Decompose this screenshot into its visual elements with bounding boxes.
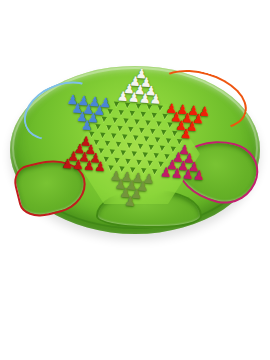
empty-hole[interactable]: ▼ [105, 163, 117, 172]
peg-dark-red[interactable]: ♟ [94, 163, 106, 172]
peg-dark-red[interactable]: ♟ [61, 160, 73, 169]
peg-dark-red[interactable]: ♟ [72, 161, 84, 170]
peg-olive-green[interactable]: ♟ [124, 197, 136, 206]
peg-magenta[interactable]: ♟ [171, 169, 183, 178]
peg-magenta[interactable]: ♟ [160, 168, 172, 177]
peg-magenta[interactable]: ♟ [182, 170, 194, 179]
empty-hole[interactable]: ▼ [138, 166, 150, 175]
peg-dark-red[interactable]: ♟ [83, 162, 95, 171]
chinese-checkers-board: ♟♟♟♟♟♟♟♟♟♟♟♟♟♟▼▼▼▼▼♟♟♟♟♟♟♟▼▼▼▼▼▼♟♟♟♟♟▼▼▼… [10, 66, 260, 234]
peg-grid: ♟♟♟♟♟♟♟♟♟♟♟♟♟♟▼▼▼▼▼♟♟♟♟♟♟♟▼▼▼▼▼▼♟♟♟♟♟▼▼▼… [58, 64, 212, 212]
peg-magenta[interactable]: ♟ [193, 171, 205, 180]
empty-hole[interactable]: ▼ [116, 164, 128, 173]
empty-hole[interactable]: ▼ [127, 165, 139, 174]
empty-hole[interactable]: ▼ [149, 167, 161, 176]
photo-canvas: ♟♟♟♟♟♟♟♟♟♟♟♟♟♟▼▼▼▼▼♟♟♟♟♟♟♟▼▼▼▼▼▼♟♟♟♟♟▼▼▼… [0, 0, 270, 360]
